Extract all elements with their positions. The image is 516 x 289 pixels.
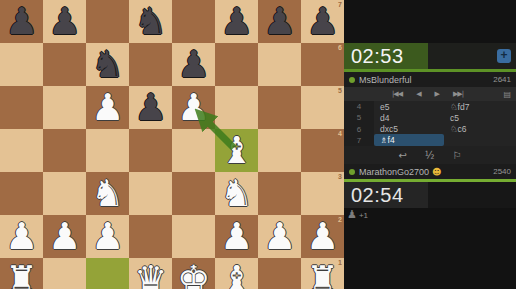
square-e2[interactable] bbox=[172, 215, 215, 258]
top-player-name: MsBlunderful bbox=[359, 75, 412, 85]
square-h5[interactable]: 5 bbox=[301, 86, 344, 129]
square-b6[interactable] bbox=[43, 43, 86, 86]
rank-coordinate: 3 bbox=[338, 173, 342, 181]
square-d2[interactable] bbox=[129, 215, 172, 258]
top-player-rating: 2641 bbox=[493, 75, 511, 84]
white-pawn[interactable]: ♟ bbox=[0, 215, 43, 258]
square-b7[interactable]: ♟ bbox=[43, 0, 86, 43]
square-b2[interactable]: ♟ bbox=[43, 215, 86, 258]
square-g2[interactable]: ♟ bbox=[258, 215, 301, 258]
square-a3[interactable] bbox=[0, 172, 43, 215]
square-a2[interactable]: ♟ bbox=[0, 215, 43, 258]
move-white[interactable]: ♗f4 bbox=[374, 134, 444, 146]
square-a5[interactable] bbox=[0, 86, 43, 129]
square-e7[interactable] bbox=[172, 0, 215, 43]
top-clock-rest: + bbox=[428, 43, 516, 69]
square-e1[interactable]: ♚ bbox=[172, 258, 215, 289]
black-pawn[interactable]: ♟ bbox=[215, 0, 258, 43]
square-d3[interactable] bbox=[129, 172, 172, 215]
board-viewport: ♜♝♛♚♝8♜♟♟♞♟♟7♟♞♟6♟♟♟5♝4♞♞3♟♟♟♟♟2♟♜♛♚♝1♜ bbox=[0, 0, 344, 289]
white-rook[interactable]: ♜ bbox=[0, 258, 43, 289]
square-a7[interactable]: ♟ bbox=[0, 0, 43, 43]
square-g3[interactable] bbox=[258, 172, 301, 215]
square-c5[interactable]: ♟ bbox=[86, 86, 129, 129]
move-row: 4e5♘fd7 bbox=[344, 101, 516, 112]
square-b5[interactable] bbox=[43, 86, 86, 129]
white-bishop[interactable]: ♝ bbox=[215, 129, 258, 172]
white-knight[interactable]: ♞ bbox=[86, 172, 129, 215]
square-g4[interactable] bbox=[258, 129, 301, 172]
white-knight[interactable]: ♞ bbox=[215, 172, 258, 215]
online-indicator-icon bbox=[349, 169, 355, 175]
square-h2[interactable]: 2♟ bbox=[301, 215, 344, 258]
last-move-icon[interactable]: ▶▶| bbox=[453, 90, 463, 98]
move-row: 7♗f4 bbox=[344, 135, 516, 146]
resign-flag-icon[interactable]: ⚐ bbox=[453, 150, 462, 161]
black-knight[interactable]: ♞ bbox=[129, 0, 172, 43]
bottom-clock-rest bbox=[428, 182, 516, 208]
white-pawn[interactable]: ♟ bbox=[86, 215, 129, 258]
square-c2[interactable]: ♟ bbox=[86, 215, 129, 258]
move-number: 4 bbox=[344, 101, 374, 112]
square-f4[interactable]: ♝ bbox=[215, 129, 258, 172]
black-knight[interactable]: ♞ bbox=[86, 43, 129, 86]
smiley-flair-icon: ☻ bbox=[432, 167, 441, 177]
rank-coordinate: 4 bbox=[338, 130, 342, 138]
app-window: ♜♝♛♚♝8♜♟♟♞♟♟7♟♞♟6♟♟♟5♝4♞♞3♟♟♟♟♟2♟♜♛♚♝1♜ … bbox=[0, 0, 516, 289]
square-f2[interactable]: ♟ bbox=[215, 215, 258, 258]
white-queen[interactable]: ♛ bbox=[129, 258, 172, 289]
square-g6[interactable] bbox=[258, 43, 301, 86]
square-h6[interactable]: 6 bbox=[301, 43, 344, 86]
move-white[interactable]: e5 bbox=[374, 102, 444, 112]
game-actions-bar: ↩ ½ ⚐ bbox=[344, 146, 516, 164]
rank-coordinate: 6 bbox=[338, 44, 342, 52]
square-b3[interactable] bbox=[43, 172, 86, 215]
square-a6[interactable] bbox=[0, 43, 43, 86]
square-f1[interactable]: ♝ bbox=[215, 258, 258, 289]
square-h7[interactable]: 7♟ bbox=[301, 0, 344, 43]
move-nav-bar: |◀◀ ◀ ▶ ▶▶| ▤ bbox=[344, 87, 516, 101]
black-pawn[interactable]: ♟ bbox=[43, 0, 86, 43]
square-a1[interactable]: ♜ bbox=[0, 258, 43, 289]
online-indicator-icon bbox=[349, 77, 355, 83]
square-d4[interactable] bbox=[129, 129, 172, 172]
add-time-button[interactable]: + bbox=[497, 49, 511, 63]
square-c6[interactable]: ♞ bbox=[86, 43, 129, 86]
square-f5[interactable] bbox=[215, 86, 258, 129]
square-g5[interactable] bbox=[258, 86, 301, 129]
black-pawn[interactable]: ♟ bbox=[172, 43, 215, 86]
move-row: 6dxc5♘c6 bbox=[344, 124, 516, 135]
square-d7[interactable]: ♞ bbox=[129, 0, 172, 43]
rank-coordinate: 1 bbox=[338, 259, 342, 267]
bottom-player-rating: 2540 bbox=[493, 167, 511, 176]
white-pawn[interactable]: ♟ bbox=[258, 215, 301, 258]
move-white[interactable]: d4 bbox=[374, 113, 444, 123]
black-pawn[interactable]: ♟ bbox=[129, 86, 172, 129]
square-h1[interactable]: 1♜ bbox=[301, 258, 344, 289]
takeback-icon[interactable]: ↩ bbox=[398, 150, 406, 161]
move-number: 7 bbox=[344, 135, 374, 146]
square-e3[interactable] bbox=[172, 172, 215, 215]
square-f3[interactable]: ♞ bbox=[215, 172, 258, 215]
bottom-player-row[interactable]: MarathonGo2700 ☻ 2540 bbox=[344, 164, 516, 179]
square-d1[interactable]: ♛ bbox=[129, 258, 172, 289]
square-e4[interactable] bbox=[172, 129, 215, 172]
square-b4[interactable] bbox=[43, 129, 86, 172]
top-clock: 02:53 bbox=[344, 43, 428, 69]
black-pawn[interactable]: ♟ bbox=[0, 0, 43, 43]
white-pawn[interactable]: ♟ bbox=[172, 86, 215, 129]
square-d6[interactable] bbox=[129, 43, 172, 86]
white-pawn[interactable]: ♟ bbox=[43, 215, 86, 258]
board[interactable]: ♜♝♛♚♝8♜♟♟♞♟♟7♟♞♟6♟♟♟5♝4♞♞3♟♟♟♟♟2♟♜♛♚♝1♜ bbox=[0, 0, 344, 289]
move-black[interactable]: ♘fd7 bbox=[444, 102, 516, 112]
rank-coordinate: 5 bbox=[338, 87, 342, 95]
white-pawn[interactable]: ♟ bbox=[86, 86, 129, 129]
material-count: +1 bbox=[359, 211, 368, 220]
draw-offer-icon[interactable]: ½ bbox=[425, 150, 435, 161]
square-h3[interactable]: 3 bbox=[301, 172, 344, 215]
white-king[interactable]: ♚ bbox=[172, 258, 215, 289]
panel-bottom-spacer bbox=[344, 222, 516, 289]
rank-coordinate: 7 bbox=[338, 1, 342, 9]
panel-top-spacer bbox=[344, 0, 516, 43]
square-d5[interactable]: ♟ bbox=[129, 86, 172, 129]
side-panel: 02:53 + MsBlunderful 2641 |◀◀ ◀ ▶ ▶▶| ▤ … bbox=[344, 0, 516, 289]
square-c3[interactable]: ♞ bbox=[86, 172, 129, 215]
square-g7[interactable]: ♟ bbox=[258, 0, 301, 43]
square-b1[interactable] bbox=[43, 258, 86, 289]
board-menu-icon[interactable]: ▤ bbox=[503, 90, 510, 99]
top-clock-row: 02:53 + bbox=[344, 43, 516, 69]
black-pawn[interactable]: ♟ bbox=[258, 0, 301, 43]
move-list: 4e5♘fd75d4c56dxc5♘c67♗f4 bbox=[344, 101, 516, 146]
square-c1[interactable] bbox=[86, 258, 129, 289]
move-row: 5d4c5 bbox=[344, 112, 516, 123]
bottom-clock: 02:54 bbox=[344, 182, 428, 208]
move-black[interactable]: ♘c6 bbox=[444, 124, 516, 134]
pawn-icon: ♟ bbox=[347, 209, 357, 221]
square-c4[interactable] bbox=[86, 129, 129, 172]
bottom-player-name: MarathonGo2700 bbox=[359, 167, 429, 177]
move-white[interactable]: dxc5 bbox=[374, 124, 444, 134]
square-f6[interactable] bbox=[215, 43, 258, 86]
square-c7[interactable] bbox=[86, 0, 129, 43]
move-black[interactable]: c5 bbox=[444, 113, 516, 123]
move-number: 6 bbox=[344, 124, 374, 135]
rank-coordinate: 2 bbox=[338, 216, 342, 224]
next-move-icon[interactable]: ▶ bbox=[435, 90, 439, 98]
square-f7[interactable]: ♟ bbox=[215, 0, 258, 43]
square-h4[interactable]: 4 bbox=[301, 129, 344, 172]
material-advantage: ♟ +1 bbox=[344, 208, 516, 222]
white-bishop[interactable]: ♝ bbox=[215, 258, 258, 289]
bottom-clock-row: 02:54 bbox=[344, 182, 516, 208]
square-e5[interactable]: ♟ bbox=[172, 86, 215, 129]
move-number: 5 bbox=[344, 112, 374, 123]
square-g1[interactable] bbox=[258, 258, 301, 289]
square-e6[interactable]: ♟ bbox=[172, 43, 215, 86]
square-a4[interactable] bbox=[0, 129, 43, 172]
first-move-icon[interactable]: |◀◀ bbox=[392, 90, 402, 98]
prev-move-icon[interactable]: ◀ bbox=[416, 90, 420, 98]
top-player-row[interactable]: MsBlunderful 2641 bbox=[344, 72, 516, 87]
white-pawn[interactable]: ♟ bbox=[215, 215, 258, 258]
